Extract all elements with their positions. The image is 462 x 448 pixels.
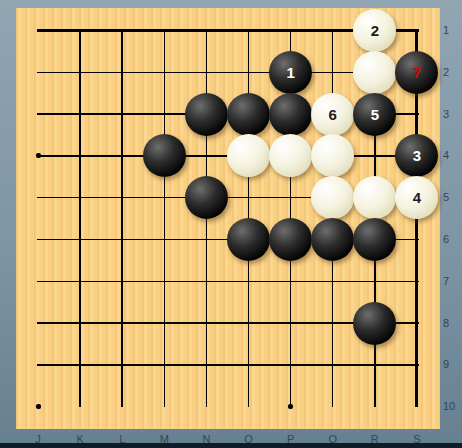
- stone-black-S4[interactable]: 3: [395, 134, 438, 177]
- row-label-5: 5: [443, 192, 457, 203]
- move-number: 6: [329, 106, 337, 123]
- row-label-9: 9: [443, 359, 457, 370]
- stone-white-Q5[interactable]: [311, 176, 354, 219]
- star-point-P10: [288, 404, 293, 409]
- row-label-6: 6: [443, 234, 457, 245]
- stone-white-Q3[interactable]: 6: [311, 93, 354, 136]
- row-label-4: 4: [443, 150, 457, 161]
- stone-black-O6[interactable]: [227, 218, 270, 261]
- move-number: 1: [286, 64, 294, 81]
- go-diagram-window: 2176534 JKLMNOPQRS 12345678910: [0, 0, 462, 448]
- stone-white-R1[interactable]: 2: [353, 9, 396, 52]
- row-label-8: 8: [443, 318, 457, 329]
- grid-line-col-K: [79, 29, 81, 407]
- go-board[interactable]: 2176534: [16, 8, 440, 429]
- stone-black-R3[interactable]: 5: [353, 93, 396, 136]
- star-point-J10: [36, 404, 41, 409]
- row-label-3: 3: [443, 109, 457, 120]
- stone-black-P3[interactable]: [269, 93, 312, 136]
- move-number: 2: [371, 22, 379, 39]
- stone-white-R2[interactable]: [353, 51, 396, 94]
- row-label-10: 10: [443, 401, 457, 412]
- stone-black-N3[interactable]: [185, 93, 228, 136]
- move-number: 5: [371, 106, 379, 123]
- grid-line-col-M: [164, 29, 166, 407]
- row-label-1: 1: [443, 25, 457, 36]
- move-number: 3: [413, 147, 421, 164]
- move-number: 7: [413, 64, 421, 81]
- stone-black-N5[interactable]: [185, 176, 228, 219]
- stone-black-R8[interactable]: [353, 302, 396, 345]
- stone-black-O3[interactable]: [227, 93, 270, 136]
- stone-black-P2[interactable]: 1: [269, 51, 312, 94]
- row-label-2: 2: [443, 67, 457, 78]
- stone-white-S5[interactable]: 4: [395, 176, 438, 219]
- window-edge-bar: [0, 443, 462, 448]
- stone-black-Q6[interactable]: [311, 218, 354, 261]
- stone-black-R6[interactable]: [353, 218, 396, 261]
- stone-black-S2[interactable]: 7: [395, 51, 438, 94]
- stone-white-P4[interactable]: [269, 134, 312, 177]
- row-label-7: 7: [443, 276, 457, 287]
- grid-line-col-L: [121, 29, 123, 407]
- stone-black-P6[interactable]: [269, 218, 312, 261]
- stone-white-R5[interactable]: [353, 176, 396, 219]
- stone-black-M4[interactable]: [143, 134, 186, 177]
- grid-line-row-7: [37, 281, 419, 283]
- stone-white-O4[interactable]: [227, 134, 270, 177]
- move-number: 4: [413, 189, 421, 206]
- star-point-J4: [36, 153, 41, 158]
- grid-line-row-9: [37, 364, 419, 366]
- stone-white-Q4[interactable]: [311, 134, 354, 177]
